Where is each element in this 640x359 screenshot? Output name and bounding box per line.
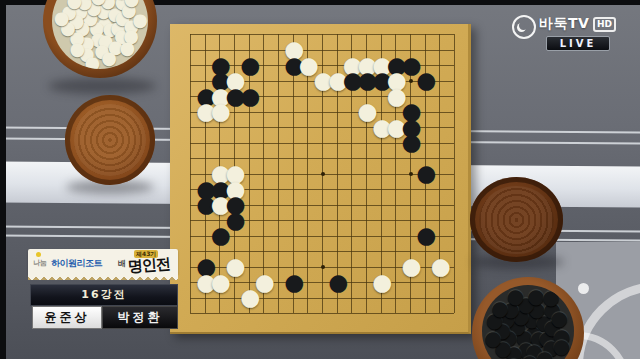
black-stone-in-bowl: ●	[505, 346, 520, 359]
black-stone-in-bowl: ●	[517, 342, 532, 357]
white-stone-in-bowl: ●	[132, 13, 145, 26]
black-stones-in-bowl: ●●●●●●●●●●●●●●●●●●●●●●●●●●●●●●●●●●	[482, 285, 574, 359]
white-stone-in-bowl: ●	[124, 0, 137, 5]
white-stone-in-bowl: ●	[69, 31, 82, 44]
channel-name: 바둑TV	[539, 15, 589, 33]
white-stone-in-bowl: ●	[96, 4, 109, 17]
star-point	[321, 79, 325, 83]
black-stone-in-bowl: ●	[524, 326, 539, 341]
white-stone-in-bowl: ●	[90, 0, 103, 3]
grid-line-horizontal	[190, 313, 454, 314]
white-stone-in-bowl: ●	[84, 56, 97, 69]
white-stone-in-bowl: ●	[107, 7, 120, 20]
black-stone-in-bowl: ●	[494, 323, 509, 338]
players-row: 윤준상 박정환	[30, 306, 176, 327]
white-stones-in-bowl: ●●●●●●●●●●●●●●●●●●●●●●●●●●●●●●●●●●●●●●●●…	[52, 0, 148, 69]
stone-swirl-icon	[519, 21, 528, 30]
grid-line-vertical	[366, 34, 367, 313]
white-stone-in-bowl: ●	[61, 5, 74, 18]
banner-zigzag-border	[28, 274, 178, 280]
black-stone-in-bowl: ●	[553, 339, 568, 354]
black-stone-in-bowl: ●	[553, 329, 568, 344]
white-stone-in-bowl: ●	[110, 21, 123, 34]
event-sponsor: 하이원리조트	[51, 257, 102, 270]
frame-edge-left	[0, 0, 6, 359]
sponsor-mark: 나눔	[33, 258, 47, 268]
black-stone-in-bowl: ●	[544, 320, 559, 335]
black-stone-in-bowl: ●	[530, 331, 545, 346]
black-stone-in-bowl: ●	[527, 289, 542, 304]
round-label: 16강전	[30, 284, 178, 306]
grid-line-horizontal	[190, 205, 454, 206]
grid-line-vertical	[454, 34, 455, 313]
white-stone-in-bowl: ●	[79, 47, 92, 60]
white-stone-in-bowl: ●	[79, 36, 92, 49]
white-stone-in-bowl: ●	[102, 22, 115, 35]
black-stone-in-bowl: ●	[528, 302, 543, 317]
star-point	[409, 79, 413, 83]
live-badge: LIVE	[546, 36, 610, 51]
white-stone-in-bowl: ●	[120, 41, 133, 54]
white-stone-in-bowl: ●	[100, 0, 113, 7]
black-stone-in-bowl: ●	[543, 302, 558, 317]
black-stone-in-bowl: ●	[486, 313, 501, 328]
star-point	[233, 172, 237, 176]
star-point	[409, 172, 413, 176]
black-stone-in-bowl: ●	[512, 309, 527, 324]
white-stone-in-bowl: ●	[115, 11, 128, 24]
black-stone-in-bowl: ●	[498, 312, 513, 327]
wood-grain	[479, 186, 553, 254]
white-stone-in-bowl: ●	[54, 11, 67, 24]
bowl-shadow	[48, 78, 156, 94]
star-point	[409, 265, 413, 269]
black-stone-in-bowl: ●	[502, 302, 517, 317]
grid-line-horizontal	[190, 251, 454, 252]
event-sponsor-suffix: 배	[118, 258, 126, 269]
black-stone-in-bowl: ●	[525, 344, 540, 359]
black-stone-in-bowl: ●	[516, 330, 531, 345]
bowl-lid-left	[65, 95, 155, 185]
star-point	[321, 265, 325, 269]
white-stone-in-bowl: ●	[91, 32, 104, 45]
white-stone-in-bowl: ●	[123, 29, 136, 42]
baduktv-circle-icon	[512, 15, 536, 39]
black-stone-in-bowl: ●	[536, 351, 551, 359]
black-stone-in-bowl: ●	[494, 341, 509, 356]
player-black-name: 박정환	[102, 306, 178, 329]
white-stone-in-bowl: ●	[86, 1, 99, 14]
black-stone-in-bowl: ●	[539, 331, 554, 346]
white-stone-in-bowl: ●	[97, 17, 110, 30]
grid-line-vertical	[351, 34, 352, 313]
white-stone-in-bowl: ●	[74, 21, 87, 34]
grid-line-horizontal	[190, 220, 454, 221]
black-stone-in-bowl: ●	[508, 319, 523, 334]
black-stone-in-bowl: ●	[491, 301, 506, 316]
grid-line-vertical	[425, 34, 426, 313]
bowl-lid-right	[470, 177, 563, 262]
grid-line-horizontal	[190, 236, 454, 237]
star-point	[233, 265, 237, 269]
black-stone-in-bowl: ●	[550, 311, 565, 326]
white-stone-in-bowl: ●	[121, 3, 134, 16]
black-stone-in-bowl: ●	[542, 290, 557, 305]
white-stone-in-bowl: ●	[89, 21, 102, 34]
player-white-name: 윤준상	[32, 306, 102, 329]
grid-line-horizontal	[190, 282, 454, 283]
wood-grain	[74, 104, 146, 176]
white-stone-in-bowl: ●	[83, 11, 96, 24]
white-stone-in-bowl: ●	[115, 0, 128, 8]
match-caption: 나눔 하이원리조트 배 제43기 명인전 16강전 윤준상 박정환	[28, 247, 178, 327]
white-stone-in-bowl: ●	[94, 44, 107, 57]
white-stone-in-bowl: ●	[98, 34, 111, 47]
go-board: ●●●●●●●●●●●●●●●●●●●●●●●●●●●●●●●●●●●●●●●●…	[170, 24, 471, 334]
white-stone-in-bowl: ●	[72, 4, 85, 17]
grid-line-horizontal	[190, 189, 454, 190]
decor-dot	[578, 283, 589, 294]
white-stone-in-bowl: ●	[60, 21, 73, 34]
white-stone-in-bowl: ●	[101, 51, 114, 64]
black-stone-in-bowl: ●	[484, 331, 499, 346]
white-stone-in-bowl: ●	[70, 42, 83, 55]
white-stone-in-bowl: ●	[77, 0, 90, 8]
channel-logo: 바둑TV HD LIVE	[505, 12, 630, 52]
white-stone-in-bowl: ●	[67, 0, 80, 7]
hd-badge: HD	[593, 17, 616, 32]
black-stone-in-bowl: ●	[521, 355, 536, 359]
grid-line-horizontal	[190, 298, 454, 299]
white-stone-in-bowl: ●	[108, 40, 121, 53]
grid-line-vertical	[439, 34, 440, 313]
tv-frame: ●●●●●●●●●●●●●●●●●●●●●●●●●●●●●●●●●●●●●●●●…	[0, 0, 640, 359]
black-stone-in-bowl: ●	[500, 330, 515, 345]
sponsor-logo-icon	[36, 252, 41, 257]
star-point	[233, 79, 237, 83]
white-stone-in-bowl: ●	[69, 14, 82, 27]
black-stone-in-bowl: ●	[517, 297, 532, 312]
star-point	[321, 172, 325, 176]
grid-line-vertical	[381, 34, 382, 313]
event-banner: 나눔 하이원리조트 배 제43기 명인전	[28, 249, 178, 274]
white-stone-in-bowl: ●	[114, 29, 127, 42]
black-stone-in-bowl: ●	[543, 340, 558, 355]
grid-line-vertical	[395, 34, 396, 313]
black-stone-in-bowl: ●	[536, 315, 551, 330]
grid-line-vertical	[337, 34, 338, 313]
white-stone-in-bowl: ●	[123, 19, 136, 32]
black-stone-in-bowl: ●	[523, 312, 538, 327]
black-stone-in-bowl: ●	[507, 289, 522, 304]
